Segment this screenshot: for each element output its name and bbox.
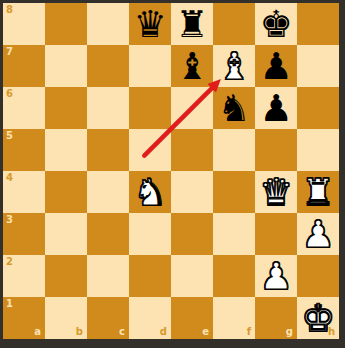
white-rook-icon: ♜ [297,171,339,213]
white-bishop-icon: ♝ [213,45,255,87]
square-c4[interactable] [87,171,129,213]
square-e6[interactable] [171,87,213,129]
square-b1[interactable]: b [45,297,87,339]
square-g1[interactable]: g [255,297,297,339]
white-pawn-icon: ♟ [255,255,297,297]
square-g8[interactable]: ♚ [255,3,297,45]
square-e2[interactable] [171,255,213,297]
square-d2[interactable] [129,255,171,297]
square-c1[interactable]: c [87,297,129,339]
file-label-e: e [202,327,209,337]
square-a6[interactable]: 6 [3,87,45,129]
square-b4[interactable] [45,171,87,213]
square-d7[interactable] [129,45,171,87]
black-king-icon: ♚ [255,3,297,45]
square-h5[interactable] [297,129,339,171]
black-pawn-icon: ♟ [255,45,297,87]
black-pawn-icon: ♟ [255,87,297,129]
rank-label-2: 2 [6,257,13,267]
square-b2[interactable] [45,255,87,297]
square-h6[interactable] [297,87,339,129]
rank-label-5: 5 [6,131,13,141]
square-b5[interactable] [45,129,87,171]
file-label-b: b [76,327,83,337]
file-label-a: a [34,327,41,337]
square-f7[interactable]: ♝ [213,45,255,87]
rank-label-3: 3 [6,215,13,225]
square-f8[interactable] [213,3,255,45]
black-knight-icon: ♞ [213,87,255,129]
square-g6[interactable]: ♟ [255,87,297,129]
square-g5[interactable] [255,129,297,171]
rank-label-1: 1 [6,299,13,309]
white-pawn-icon: ♟ [297,213,339,255]
square-f4[interactable] [213,171,255,213]
square-a3[interactable]: 3 [3,213,45,255]
square-b6[interactable] [45,87,87,129]
rank-label-6: 6 [6,89,13,99]
square-a8[interactable]: 8 [3,3,45,45]
chess-board: 8♛♜♚7♝♝♟6♞♟54♞♛♜3♟2♟1abcdefgh♚ [3,3,339,339]
file-label-f: f [247,327,251,337]
square-f3[interactable] [213,213,255,255]
square-a7[interactable]: 7 [3,45,45,87]
square-f6[interactable]: ♞ [213,87,255,129]
square-e8[interactable]: ♜ [171,3,213,45]
square-b7[interactable] [45,45,87,87]
square-b8[interactable] [45,3,87,45]
square-a5[interactable]: 5 [3,129,45,171]
white-king-icon: ♚ [297,297,339,339]
square-a4[interactable]: 4 [3,171,45,213]
square-g2[interactable]: ♟ [255,255,297,297]
square-d5[interactable] [129,129,171,171]
square-f5[interactable] [213,129,255,171]
square-c7[interactable] [87,45,129,87]
square-a1[interactable]: 1a [3,297,45,339]
square-e3[interactable] [171,213,213,255]
square-h2[interactable] [297,255,339,297]
square-e7[interactable]: ♝ [171,45,213,87]
black-rook-icon: ♜ [171,3,213,45]
square-d3[interactable] [129,213,171,255]
square-h3[interactable]: ♟ [297,213,339,255]
file-label-c: c [119,327,125,337]
rank-label-7: 7 [6,47,13,57]
square-c2[interactable] [87,255,129,297]
square-e4[interactable] [171,171,213,213]
square-f1[interactable]: f [213,297,255,339]
square-c8[interactable] [87,3,129,45]
chess-diagram: 8♛♜♚7♝♝♟6♞♟54♞♛♜3♟2♟1abcdefgh♚ [0,0,345,348]
white-knight-icon: ♞ [129,171,171,213]
rank-label-8: 8 [6,5,13,15]
square-d6[interactable] [129,87,171,129]
square-e5[interactable] [171,129,213,171]
file-label-d: d [160,327,167,337]
square-h1[interactable]: h♚ [297,297,339,339]
square-b3[interactable] [45,213,87,255]
square-g3[interactable] [255,213,297,255]
black-queen-icon: ♛ [129,3,171,45]
black-bishop-icon: ♝ [171,45,213,87]
square-d4[interactable]: ♞ [129,171,171,213]
white-queen-icon: ♛ [255,171,297,213]
square-d8[interactable]: ♛ [129,3,171,45]
square-e1[interactable]: e [171,297,213,339]
square-h4[interactable]: ♜ [297,171,339,213]
square-g7[interactable]: ♟ [255,45,297,87]
square-f2[interactable] [213,255,255,297]
square-c5[interactable] [87,129,129,171]
square-c6[interactable] [87,87,129,129]
square-a2[interactable]: 2 [3,255,45,297]
file-label-g: g [286,327,293,337]
rank-label-4: 4 [6,173,13,183]
square-g4[interactable]: ♛ [255,171,297,213]
square-c3[interactable] [87,213,129,255]
square-h7[interactable] [297,45,339,87]
square-h8[interactable] [297,3,339,45]
square-d1[interactable]: d [129,297,171,339]
